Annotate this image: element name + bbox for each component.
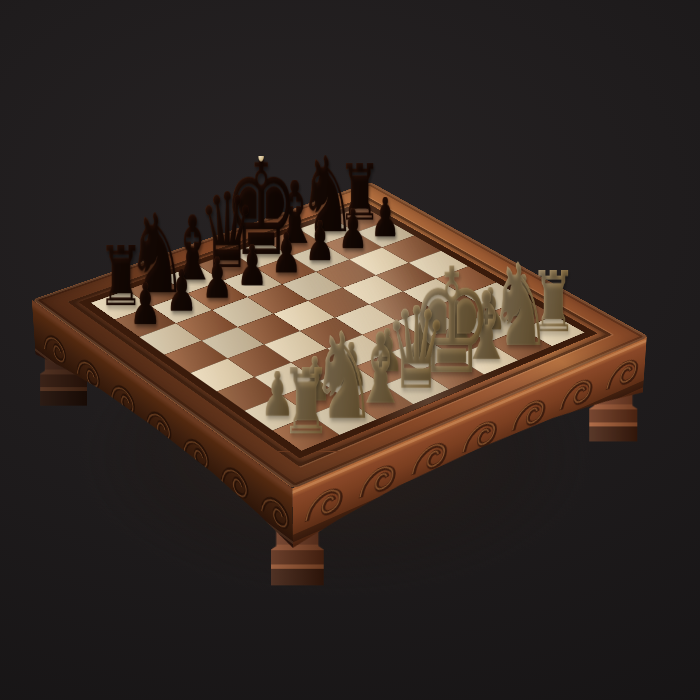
piece-glyph: ♟	[236, 244, 267, 288]
piece-glyph: ♟	[370, 197, 400, 239]
piece-glyph: ♜	[281, 368, 332, 439]
piece-glyph: ♟	[166, 269, 198, 314]
piece-glyph: ♟	[305, 220, 336, 263]
black-king-ivory-finial	[258, 152, 263, 162]
piece-glyph: ♟	[338, 208, 369, 251]
photo-scene: ♜♞♟♝♟♚♟♛♟♝♟♞♟♜♟♟♟♟♜♟♞♟♝♟♚♟♛♟♝♟♞♜	[0, 0, 700, 700]
piece-glyph: ♟	[129, 282, 161, 327]
piece-glyph: ♟	[201, 256, 233, 300]
piece-glyph: ♟	[271, 232, 302, 276]
